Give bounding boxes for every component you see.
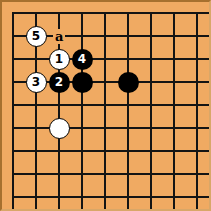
grid-line <box>81 12 83 209</box>
grid-line <box>104 12 106 209</box>
grid-line <box>12 12 14 209</box>
grid-line <box>150 12 152 209</box>
black-stone-move-2: 2 <box>49 72 70 93</box>
grid-line <box>12 58 209 60</box>
grid-line <box>127 12 129 209</box>
go-board-diagram: 51432a <box>0 0 211 211</box>
grid-line <box>173 12 175 209</box>
black-stone <box>72 72 93 93</box>
white-stone <box>49 118 70 139</box>
grid-line <box>12 173 209 175</box>
grid-line <box>12 104 209 106</box>
grid-line <box>12 150 209 152</box>
grid-line <box>12 127 209 129</box>
black-stone-move-4: 4 <box>72 49 93 70</box>
white-stone-move-1: 1 <box>49 49 70 70</box>
white-stone-move-5: 5 <box>26 26 47 47</box>
black-stone <box>118 72 139 93</box>
grid-line <box>196 12 198 209</box>
white-stone-move-3: 3 <box>26 72 47 93</box>
grid-line <box>12 12 209 14</box>
point-label-a: a <box>53 29 65 44</box>
grid-line <box>12 196 209 198</box>
